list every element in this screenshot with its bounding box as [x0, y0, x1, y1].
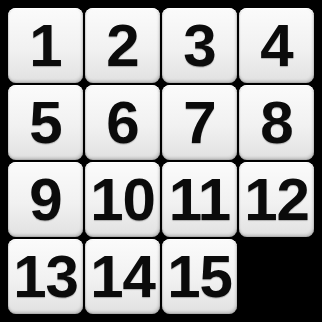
- tile-7[interactable]: 7: [162, 85, 237, 160]
- fifteen-puzzle-board: 123456789101112131415: [0, 0, 322, 322]
- tile-3[interactable]: 3: [162, 8, 237, 83]
- tile-14[interactable]: 14: [85, 239, 160, 314]
- tile-number: 12: [244, 170, 309, 230]
- tile-number: 4: [260, 16, 292, 76]
- empty-cell: [239, 239, 314, 314]
- tile-number: 14: [90, 247, 155, 307]
- tile-number: 6: [106, 93, 138, 153]
- tile-9[interactable]: 9: [8, 162, 83, 237]
- tile-2[interactable]: 2: [85, 8, 160, 83]
- tile-4[interactable]: 4: [239, 8, 314, 83]
- tile-number: 5: [29, 93, 61, 153]
- tile-8[interactable]: 8: [239, 85, 314, 160]
- tile-10[interactable]: 10: [85, 162, 160, 237]
- tile-number: 7: [183, 93, 215, 153]
- tile-6[interactable]: 6: [85, 85, 160, 160]
- tile-11[interactable]: 11: [162, 162, 237, 237]
- tile-number: 13: [13, 247, 78, 307]
- tile-number: 3: [183, 16, 215, 76]
- tile-15[interactable]: 15: [162, 239, 237, 314]
- tile-12[interactable]: 12: [239, 162, 314, 237]
- tile-5[interactable]: 5: [8, 85, 83, 160]
- tile-number: 1: [29, 16, 61, 76]
- tile-number: 15: [167, 247, 232, 307]
- tile-number: 8: [260, 93, 292, 153]
- tile-13[interactable]: 13: [8, 239, 83, 314]
- tile-1[interactable]: 1: [8, 8, 83, 83]
- tile-number: 10: [90, 170, 155, 230]
- tile-number: 11: [169, 170, 230, 230]
- tile-number: 2: [106, 16, 138, 76]
- tile-number: 9: [29, 170, 61, 230]
